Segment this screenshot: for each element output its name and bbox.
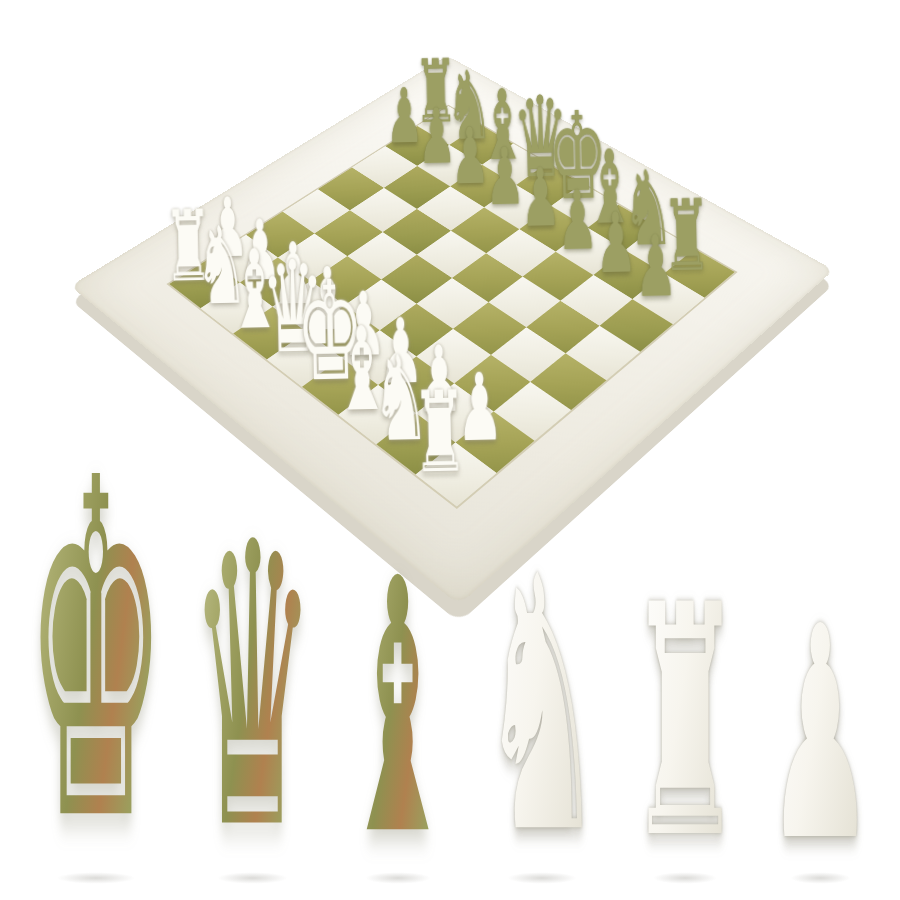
chessboard[interactable]: ♜♞♝♛♚♝♞♜♟♟♟♟♟♟♟♟♟♟♟♟♟♟♟♟♜♞♝♛♚♝♞♜ — [169, 106, 735, 506]
showcase-white-knight: ♞ — [479, 738, 605, 878]
showcase-white-pawn: ♟ — [766, 756, 875, 878]
white-pawn-icon: ♟ — [766, 589, 875, 882]
green-king-icon: ♚ — [25, 418, 167, 884]
product-photo: ♜♞♝♛♚♝♞♜♟♟♟♟♟♟♟♟♟♟♟♟♟♟♟♟♜♞♝♛♚♝♞♜ ♚♛♝♞♜♟ — [0, 0, 900, 900]
showcase-green-king: ♚ — [25, 720, 167, 878]
white-knight-icon: ♞ — [479, 532, 605, 882]
green-pawn[interactable]: ♟ — [629, 227, 682, 309]
white-rook-icon: ♜ — [627, 563, 744, 882]
showcase-green-bishop: ♝ — [338, 746, 456, 878]
white-rook[interactable]: ♜ — [410, 380, 470, 487]
showcase-green-queen: ♛ — [189, 736, 316, 878]
piece-lineup: ♚♛♝♞♜♟ — [25, 508, 875, 878]
showcase-white-rook: ♜ — [627, 748, 744, 878]
green-queen-icon: ♛ — [189, 492, 316, 882]
green-bishop-icon: ♝ — [338, 533, 456, 883]
